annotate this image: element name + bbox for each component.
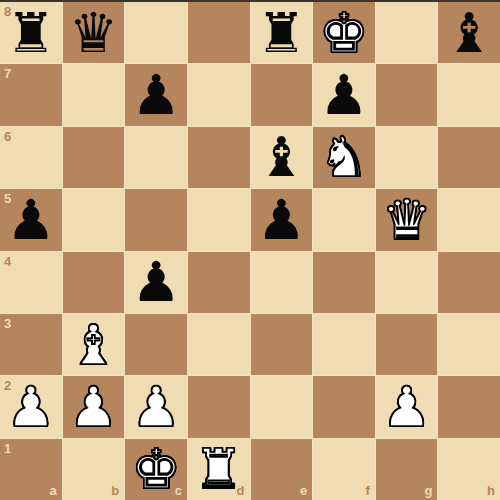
square-e2[interactable] xyxy=(251,376,313,437)
square-d8[interactable] xyxy=(188,2,250,63)
square-d3[interactable] xyxy=(188,314,250,375)
square-a6[interactable]: 6 xyxy=(0,127,62,188)
white-queen-piece[interactable]: ♛ xyxy=(382,189,431,250)
square-c2[interactable]: ♟ xyxy=(125,376,187,437)
black-bishop-piece[interactable]: ♝ xyxy=(445,2,494,63)
square-g8[interactable] xyxy=(376,2,438,63)
white-bishop-piece[interactable]: ♝ xyxy=(69,314,118,375)
file-label-a: a xyxy=(49,484,56,497)
square-c5[interactable] xyxy=(125,189,187,250)
white-pawn-piece[interactable]: ♟ xyxy=(131,376,180,437)
black-pawn-piece[interactable]: ♟ xyxy=(319,64,368,125)
rank-label-4: 4 xyxy=(4,255,11,268)
square-g5[interactable]: ♛ xyxy=(376,189,438,250)
square-g7[interactable] xyxy=(376,64,438,125)
square-b7[interactable] xyxy=(63,64,125,125)
file-label-d: d xyxy=(237,484,245,497)
file-label-c: c xyxy=(175,484,182,497)
square-b2[interactable]: ♟ xyxy=(63,376,125,437)
square-g2[interactable]: ♟ xyxy=(376,376,438,437)
square-a1[interactable]: 1a xyxy=(0,439,62,500)
square-c7[interactable]: ♟ xyxy=(125,64,187,125)
square-b1[interactable]: b xyxy=(63,439,125,500)
square-f6[interactable]: ♞ xyxy=(313,127,375,188)
square-c4[interactable]: ♟ xyxy=(125,252,187,313)
square-f1[interactable]: f xyxy=(313,439,375,500)
black-bishop-piece[interactable]: ♝ xyxy=(257,127,306,188)
square-h1[interactable]: h xyxy=(438,439,500,500)
file-label-f: f xyxy=(365,484,369,497)
square-f3[interactable] xyxy=(313,314,375,375)
square-g6[interactable] xyxy=(376,127,438,188)
rank-label-6: 6 xyxy=(4,130,11,143)
square-e8[interactable]: ♜ xyxy=(251,2,313,63)
square-f4[interactable] xyxy=(313,252,375,313)
black-pawn-piece[interactable]: ♟ xyxy=(131,64,180,125)
file-label-e: e xyxy=(300,484,307,497)
black-pawn-piece[interactable]: ♟ xyxy=(131,252,180,313)
square-h6[interactable] xyxy=(438,127,500,188)
square-h8[interactable]: ♝ xyxy=(438,2,500,63)
black-queen-piece[interactable]: ♛ xyxy=(69,2,118,63)
square-d6[interactable] xyxy=(188,127,250,188)
square-b5[interactable] xyxy=(63,189,125,250)
square-h7[interactable] xyxy=(438,64,500,125)
file-label-h: h xyxy=(487,484,495,497)
square-f5[interactable] xyxy=(313,189,375,250)
black-rook-piece[interactable]: ♜ xyxy=(257,2,306,63)
square-h4[interactable] xyxy=(438,252,500,313)
rank-label-8: 8 xyxy=(4,5,11,18)
square-a5[interactable]: 5♟ xyxy=(0,189,62,250)
white-knight-piece[interactable]: ♞ xyxy=(319,127,368,188)
square-d5[interactable] xyxy=(188,189,250,250)
square-e5[interactable]: ♟ xyxy=(251,189,313,250)
square-e7[interactable] xyxy=(251,64,313,125)
square-c3[interactable] xyxy=(125,314,187,375)
square-h2[interactable] xyxy=(438,376,500,437)
square-a3[interactable]: 3 xyxy=(0,314,62,375)
square-a2[interactable]: 2♟ xyxy=(0,376,62,437)
rank-label-2: 2 xyxy=(4,379,11,392)
white-king-piece[interactable]: ♚ xyxy=(131,439,180,500)
white-pawn-piece[interactable]: ♟ xyxy=(6,376,55,437)
square-f7[interactable]: ♟ xyxy=(313,64,375,125)
white-king-piece[interactable]: ♚ xyxy=(319,2,368,63)
chessboard-screenshot: 8♜♛♜♚♝7♟♟6♝♞5♟♟♛4♟3♝2♟♟♟♟1abc♚d♜efgh xyxy=(0,0,500,500)
square-d4[interactable] xyxy=(188,252,250,313)
square-c6[interactable] xyxy=(125,127,187,188)
square-g1[interactable]: g xyxy=(376,439,438,500)
square-g4[interactable] xyxy=(376,252,438,313)
black-pawn-piece[interactable]: ♟ xyxy=(257,189,306,250)
file-label-b: b xyxy=(111,484,119,497)
black-pawn-piece[interactable]: ♟ xyxy=(6,189,55,250)
square-a7[interactable]: 7 xyxy=(0,64,62,125)
square-c8[interactable] xyxy=(125,2,187,63)
rank-label-1: 1 xyxy=(4,442,11,455)
file-label-g: g xyxy=(424,484,432,497)
rank-label-3: 3 xyxy=(4,317,11,330)
square-e6[interactable]: ♝ xyxy=(251,127,313,188)
black-rook-piece[interactable]: ♜ xyxy=(6,2,55,63)
white-pawn-piece[interactable]: ♟ xyxy=(382,376,431,437)
square-b3[interactable]: ♝ xyxy=(63,314,125,375)
square-f2[interactable] xyxy=(313,376,375,437)
square-b4[interactable] xyxy=(63,252,125,313)
square-b6[interactable] xyxy=(63,127,125,188)
square-e4[interactable] xyxy=(251,252,313,313)
square-c1[interactable]: c♚ xyxy=(125,439,187,500)
rank-label-7: 7 xyxy=(4,67,11,80)
rank-label-5: 5 xyxy=(4,192,11,205)
square-h3[interactable] xyxy=(438,314,500,375)
white-pawn-piece[interactable]: ♟ xyxy=(69,376,118,437)
square-d2[interactable] xyxy=(188,376,250,437)
square-e1[interactable]: e xyxy=(251,439,313,500)
square-b8[interactable]: ♛ xyxy=(63,2,125,63)
square-f8[interactable]: ♚ xyxy=(313,2,375,63)
chess-board: 8♜♛♜♚♝7♟♟6♝♞5♟♟♛4♟3♝2♟♟♟♟1abc♚d♜efgh xyxy=(0,0,500,500)
square-d7[interactable] xyxy=(188,64,250,125)
square-g3[interactable] xyxy=(376,314,438,375)
square-d1[interactable]: d♜ xyxy=(188,439,250,500)
square-h5[interactable] xyxy=(438,189,500,250)
square-a4[interactable]: 4 xyxy=(0,252,62,313)
square-a8[interactable]: 8♜ xyxy=(0,2,62,63)
square-e3[interactable] xyxy=(251,314,313,375)
